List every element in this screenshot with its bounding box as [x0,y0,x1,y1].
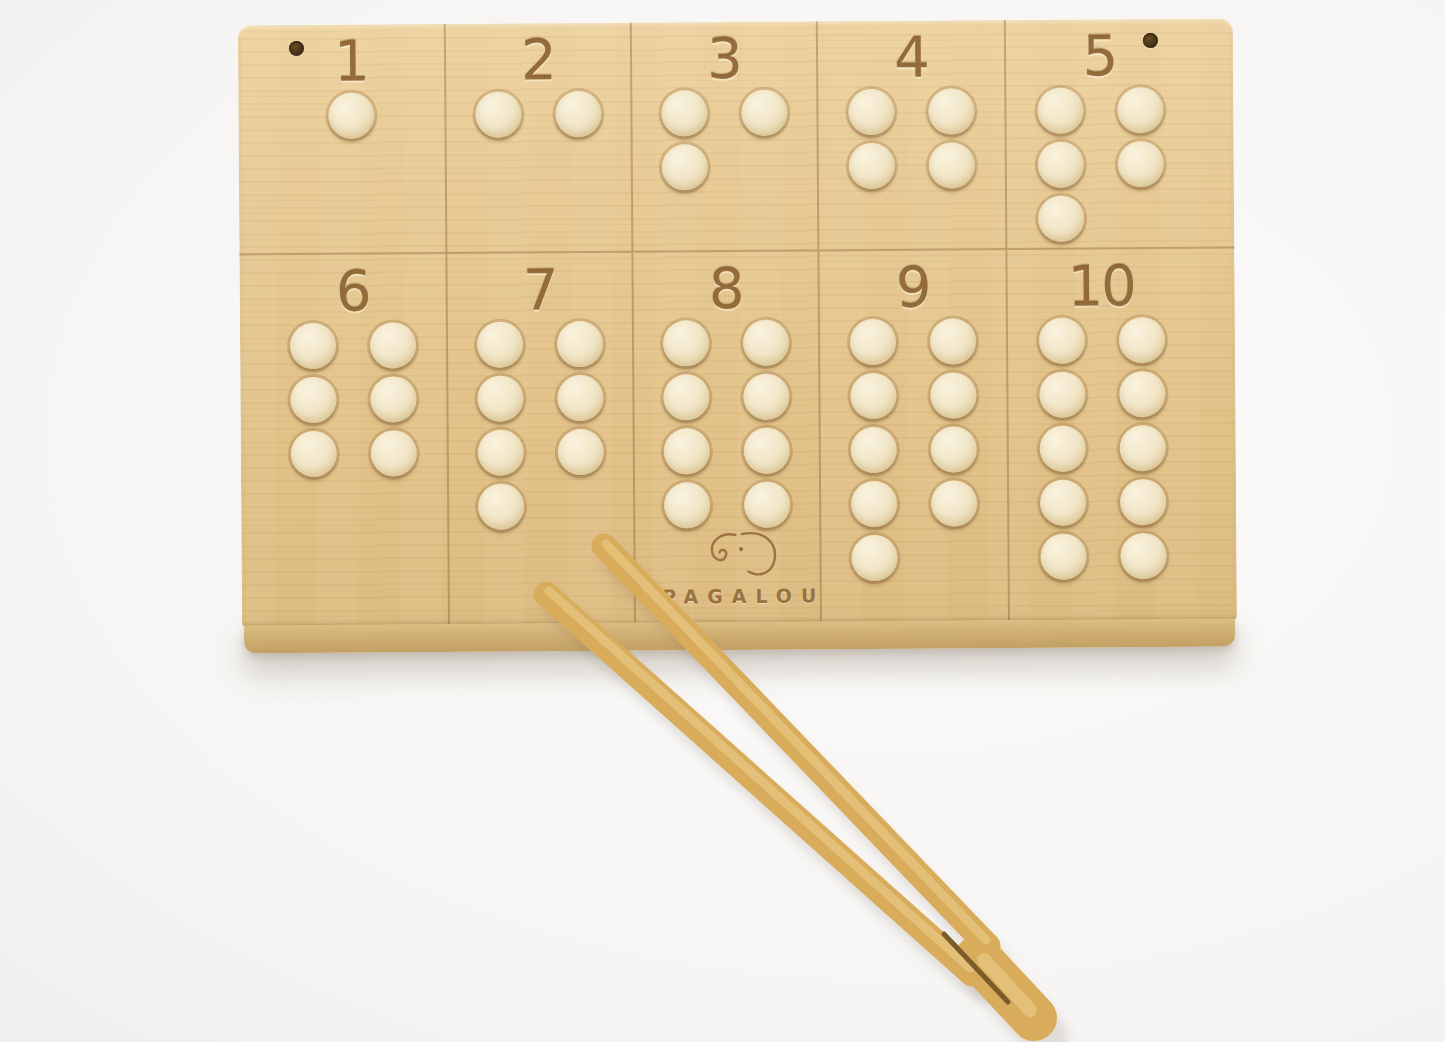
tweezers-body[interactable] [546,546,1034,1018]
wooden-tweezers[interactable] [0,0,1445,1042]
product-photo-scene: 12345 678910 PAGALOU [0,0,1445,1042]
